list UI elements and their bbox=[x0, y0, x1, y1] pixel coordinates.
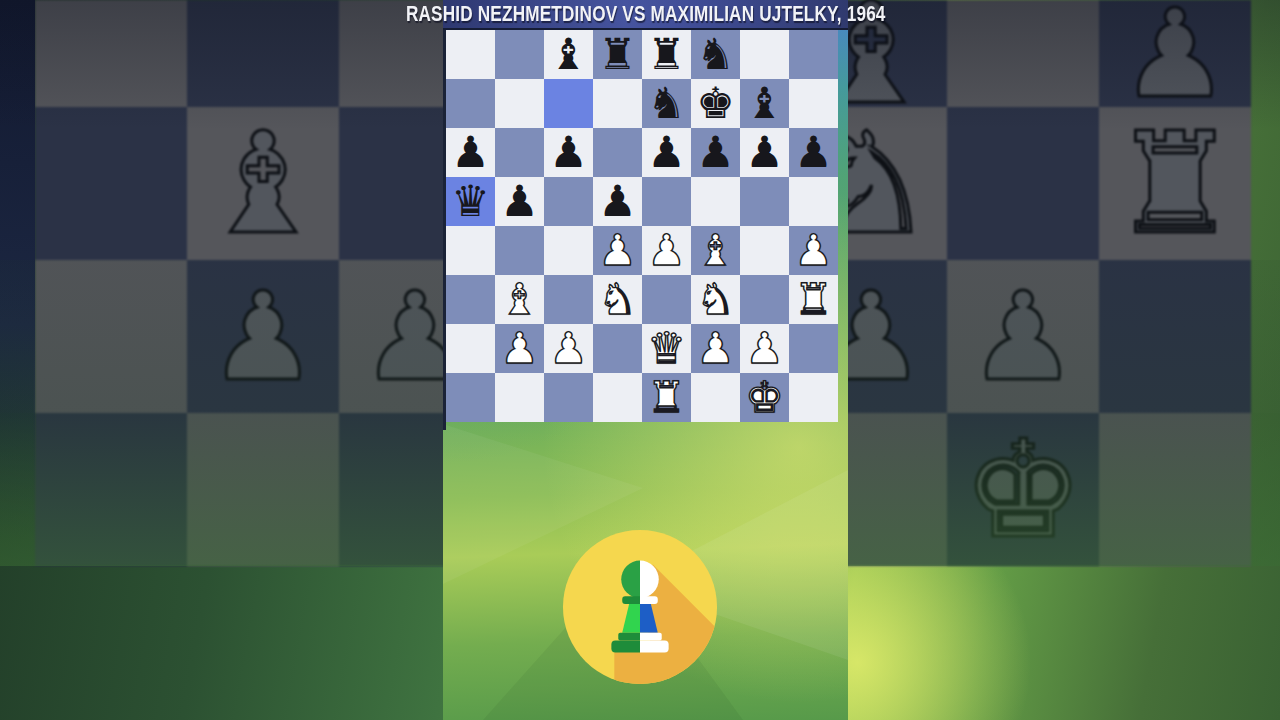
square-a5: ♛ bbox=[446, 177, 495, 226]
square-f4: ♝ bbox=[691, 226, 740, 275]
white-bishop-icon: ♝ bbox=[696, 226, 735, 275]
bg-bishop-icon: ♝ bbox=[200, 114, 326, 254]
white-king-icon: ♚ bbox=[745, 373, 784, 422]
square-h6: ♟ bbox=[789, 128, 838, 177]
square-g6: ♟ bbox=[740, 128, 789, 177]
square-h3: ♜ bbox=[789, 275, 838, 324]
square-c3 bbox=[544, 275, 593, 324]
square-h7 bbox=[789, 79, 838, 128]
square-a2 bbox=[446, 324, 495, 373]
white-bishop-icon: ♝ bbox=[500, 275, 539, 324]
white-queen-icon: ♛ bbox=[647, 324, 686, 373]
white-knight-icon: ♞ bbox=[696, 275, 735, 324]
square-c2: ♟ bbox=[544, 324, 593, 373]
square-c6: ♟ bbox=[544, 128, 593, 177]
square-d4: ♟ bbox=[593, 226, 642, 275]
white-pawn-icon: ♟ bbox=[647, 226, 686, 275]
white-knight-icon: ♞ bbox=[598, 275, 637, 324]
black-pawn-icon: ♟ bbox=[794, 128, 833, 177]
square-d3: ♞ bbox=[593, 275, 642, 324]
square-c1 bbox=[544, 373, 593, 422]
square-a6: ♟ bbox=[446, 128, 495, 177]
square-a8 bbox=[446, 30, 495, 79]
square-g5 bbox=[740, 177, 789, 226]
white-pawn-icon: ♟ bbox=[794, 226, 833, 275]
square-f3: ♞ bbox=[691, 275, 740, 324]
square-g8 bbox=[740, 30, 789, 79]
square-e4: ♟ bbox=[642, 226, 691, 275]
square-h4: ♟ bbox=[789, 226, 838, 275]
black-pawn-icon: ♟ bbox=[696, 128, 735, 177]
black-pawn-icon: ♟ bbox=[598, 177, 637, 226]
white-pawn-icon: ♟ bbox=[745, 324, 784, 373]
black-knight-icon: ♞ bbox=[696, 30, 735, 79]
square-e6: ♟ bbox=[642, 128, 691, 177]
square-b5: ♟ bbox=[495, 177, 544, 226]
square-b2: ♟ bbox=[495, 324, 544, 373]
white-pawn-icon: ♟ bbox=[549, 324, 588, 373]
black-pawn-icon: ♟ bbox=[500, 177, 539, 226]
square-b7 bbox=[495, 79, 544, 128]
square-f6: ♟ bbox=[691, 128, 740, 177]
black-pawn-icon: ♟ bbox=[745, 128, 784, 177]
square-d6 bbox=[593, 128, 642, 177]
bg-rook-icon: ♜ bbox=[1112, 114, 1238, 254]
square-b1 bbox=[495, 373, 544, 422]
square-d8: ♜ bbox=[593, 30, 642, 79]
black-knight-icon: ♞ bbox=[647, 79, 686, 128]
square-h8 bbox=[789, 30, 838, 79]
square-e3 bbox=[642, 275, 691, 324]
square-d2 bbox=[593, 324, 642, 373]
square-f7: ♚ bbox=[691, 79, 740, 128]
square-h2 bbox=[789, 324, 838, 373]
square-d7 bbox=[593, 79, 642, 128]
square-e1: ♜ bbox=[642, 373, 691, 422]
white-rook-icon: ♜ bbox=[647, 373, 686, 422]
square-e2: ♛ bbox=[642, 324, 691, 373]
video-frame: ♝♟♟♝♞♟♟♚♟♜ RASHID NEZHMETDINOV VS MAXIMI… bbox=[0, 0, 1280, 720]
square-a4 bbox=[446, 226, 495, 275]
game-title: RASHID NEZHMETDINOV VS MAXIMILIAN UJTELK… bbox=[406, 2, 886, 27]
square-f1 bbox=[691, 373, 740, 422]
white-pawn-icon: ♟ bbox=[598, 226, 637, 275]
square-b8 bbox=[495, 30, 544, 79]
vertical-video-column: RASHID NEZHMETDINOV VS MAXIMILIAN UJTELK… bbox=[443, 0, 848, 720]
square-d5: ♟ bbox=[593, 177, 642, 226]
square-a1 bbox=[446, 373, 495, 422]
square-f5 bbox=[691, 177, 740, 226]
white-pawn-icon: ♟ bbox=[696, 324, 735, 373]
square-g7: ♝ bbox=[740, 79, 789, 128]
square-h1 bbox=[789, 373, 838, 422]
black-pawn-icon: ♟ bbox=[549, 128, 588, 177]
black-pawn-icon: ♟ bbox=[647, 128, 686, 177]
black-rook-icon: ♜ bbox=[647, 30, 686, 79]
title-bar: RASHID NEZHMETDINOV VS MAXIMILIAN UJTELK… bbox=[443, 0, 848, 30]
square-b4 bbox=[495, 226, 544, 275]
channel-logo bbox=[561, 528, 719, 686]
square-g4 bbox=[740, 226, 789, 275]
white-rook-icon: ♜ bbox=[794, 275, 833, 324]
square-b6 bbox=[495, 128, 544, 177]
square-g2: ♟ bbox=[740, 324, 789, 373]
square-g1: ♚ bbox=[740, 373, 789, 422]
chess-board: ♝♜♜♞♞♚♝♟♟♟♟♟♟♛♟♟♟♟♝♟♝♞♞♜♟♟♛♟♟♜♚ bbox=[446, 30, 838, 422]
square-a3 bbox=[446, 275, 495, 324]
black-queen-icon: ♛ bbox=[451, 177, 490, 226]
square-b3: ♝ bbox=[495, 275, 544, 324]
white-pawn-icon: ♟ bbox=[500, 324, 539, 373]
square-d1 bbox=[593, 373, 642, 422]
square-c8: ♝ bbox=[544, 30, 593, 79]
square-f8: ♞ bbox=[691, 30, 740, 79]
square-e5 bbox=[642, 177, 691, 226]
black-bishop-icon: ♝ bbox=[745, 79, 784, 128]
square-c4 bbox=[544, 226, 593, 275]
square-h5 bbox=[789, 177, 838, 226]
black-rook-icon: ♜ bbox=[598, 30, 637, 79]
square-a7 bbox=[446, 79, 495, 128]
black-king-icon: ♚ bbox=[696, 79, 735, 128]
black-pawn-icon: ♟ bbox=[451, 128, 490, 177]
square-e8: ♜ bbox=[642, 30, 691, 79]
square-g3 bbox=[740, 275, 789, 324]
square-e7: ♞ bbox=[642, 79, 691, 128]
square-f2: ♟ bbox=[691, 324, 740, 373]
square-c5 bbox=[544, 177, 593, 226]
square-c7 bbox=[544, 79, 593, 128]
black-bishop-icon: ♝ bbox=[549, 30, 588, 79]
